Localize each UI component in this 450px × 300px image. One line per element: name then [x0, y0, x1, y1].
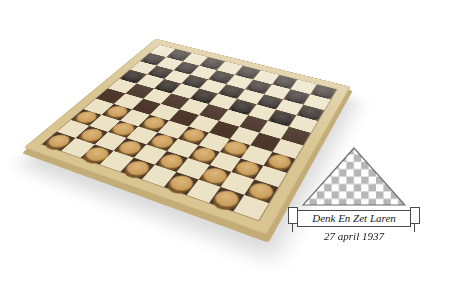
banner-scroll-left-icon: [288, 207, 298, 224]
club-logo: Denk En Zet Laren 27 april 1937: [286, 147, 422, 242]
photo-canvas: Denk En Zet Laren 27 april 1937: [0, 0, 450, 300]
banner-scroll-right-icon: [410, 207, 420, 224]
club-name-banner: Denk En Zet Laren: [297, 210, 411, 227]
founding-date: 27 april 1937: [286, 230, 422, 242]
checkered-pyramid-icon: [302, 147, 406, 207]
club-name: Denk En Zet Laren: [312, 212, 396, 224]
